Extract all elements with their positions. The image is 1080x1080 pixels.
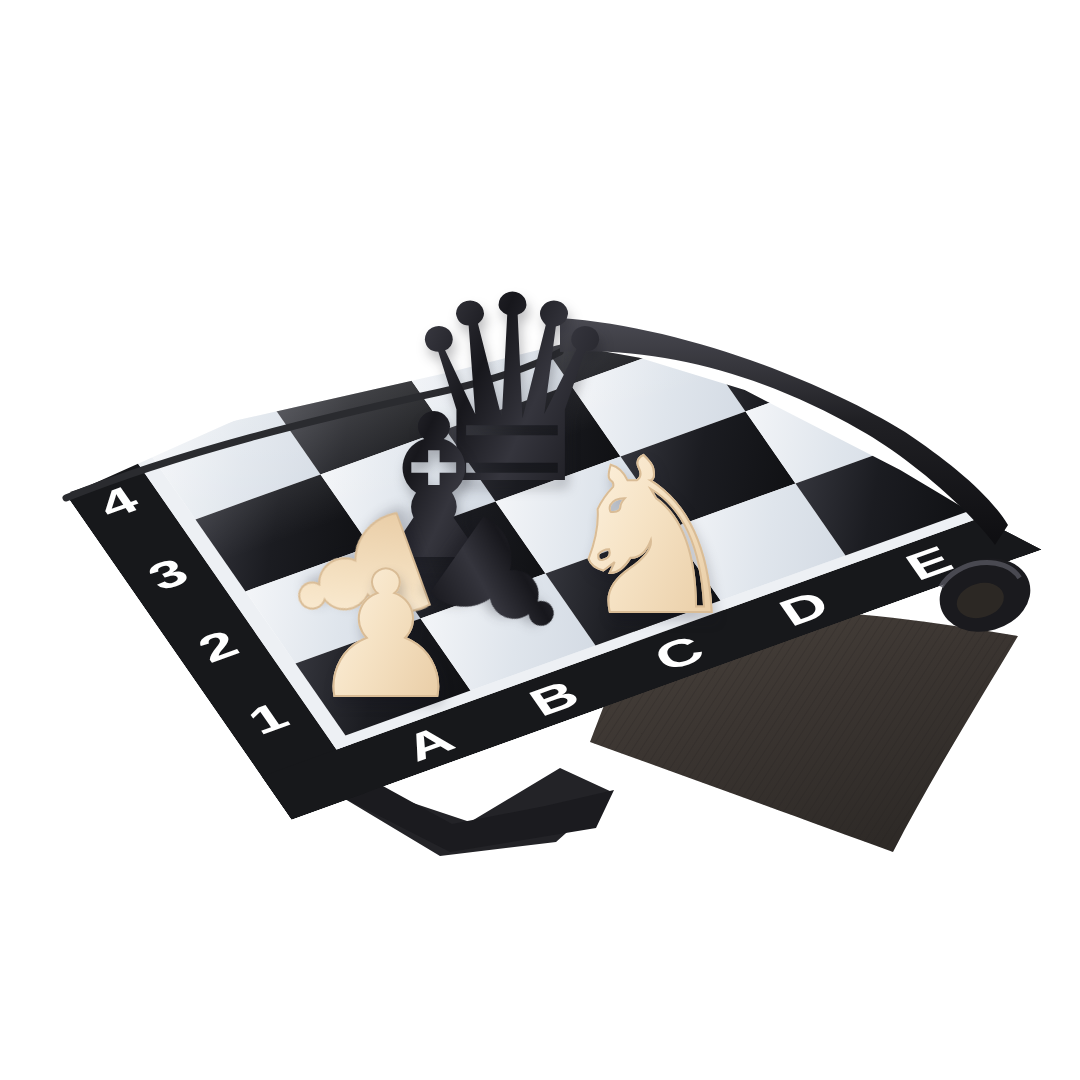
white-knight: ♞ — [554, 430, 747, 645]
white-pawn: ♟ — [308, 548, 465, 723]
product-photo-chess-mat: 4321 ABCDE ♛♝♟♟♞♟ — [0, 0, 1080, 1080]
corner-curl — [931, 548, 1039, 643]
